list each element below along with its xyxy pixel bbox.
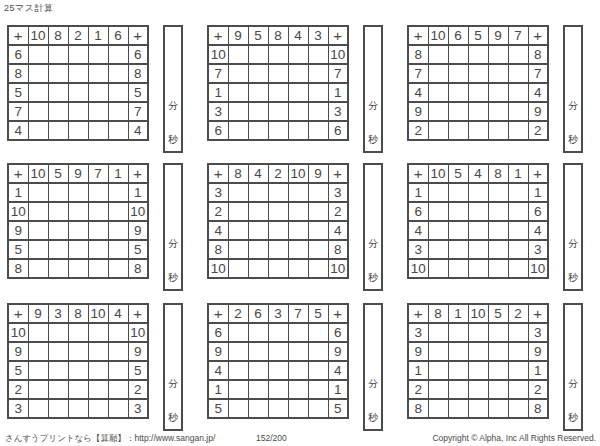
answer-cell[interactable] (248, 45, 268, 64)
answer-cell[interactable] (248, 342, 268, 361)
answer-cell[interactable] (468, 121, 488, 140)
answer-cell[interactable] (508, 221, 528, 240)
answer-cell[interactable] (68, 221, 88, 240)
answer-cell[interactable] (428, 380, 448, 399)
answer-cell[interactable] (428, 102, 448, 121)
col-header: 3 (48, 304, 68, 323)
answer-cell[interactable] (508, 361, 528, 380)
answer-cell[interactable] (268, 121, 288, 140)
answer-cell[interactable] (308, 202, 328, 221)
answer-cell[interactable] (48, 240, 68, 259)
answer-cell[interactable] (248, 380, 268, 399)
answer-cell[interactable] (228, 399, 248, 418)
answer-cell[interactable] (428, 399, 448, 418)
answer-cell[interactable] (88, 240, 108, 259)
answer-cell[interactable] (28, 259, 48, 278)
answer-cell[interactable] (488, 221, 508, 240)
answer-cell[interactable] (268, 361, 288, 380)
answer-cell[interactable] (228, 361, 248, 380)
answer-cell[interactable] (448, 380, 468, 399)
answer-cell[interactable] (288, 221, 308, 240)
answer-cell[interactable] (468, 183, 488, 202)
answer-cell[interactable] (248, 221, 268, 240)
answer-cell[interactable] (468, 202, 488, 221)
answer-cell[interactable] (428, 323, 448, 342)
answer-cell[interactable] (288, 361, 308, 380)
answer-cell[interactable] (288, 399, 308, 418)
answer-cell[interactable] (48, 221, 68, 240)
answer-cell[interactable] (228, 202, 248, 221)
answer-cell[interactable] (428, 64, 448, 83)
answer-cell[interactable] (228, 64, 248, 83)
minutes-label: 分 (365, 237, 381, 251)
operator-plus: + (328, 304, 348, 323)
minutes-label: 分 (365, 377, 381, 391)
col-header: 9 (308, 164, 328, 183)
answer-cell[interactable] (108, 323, 128, 342)
answer-cell[interactable] (68, 64, 88, 83)
footer-copyright: Copyright © Alpha, Inc All Rights Reserv… (432, 433, 596, 443)
answer-cell[interactable] (508, 102, 528, 121)
answer-cell[interactable] (488, 202, 508, 221)
col-header: 4 (108, 304, 128, 323)
answer-cell[interactable] (228, 380, 248, 399)
answer-cell[interactable] (468, 240, 488, 259)
answer-cell[interactable] (268, 102, 288, 121)
answer-cell[interactable] (268, 83, 288, 102)
calc-grid-7: +938104+101099552233 (7, 303, 149, 419)
answer-cell[interactable] (88, 45, 108, 64)
answer-cell[interactable] (288, 240, 308, 259)
answer-cell[interactable] (48, 83, 68, 102)
row-header: 5 (8, 240, 28, 259)
answer-cell[interactable] (48, 323, 68, 342)
answer-cell[interactable] (308, 45, 328, 64)
answer-cell[interactable] (268, 342, 288, 361)
answer-cell[interactable] (288, 83, 308, 102)
answer-cell[interactable] (448, 83, 468, 102)
answer-cell[interactable] (508, 323, 528, 342)
answer-cell[interactable] (488, 83, 508, 102)
row-header-right: 10 (128, 323, 148, 342)
row-header: 10 (8, 323, 28, 342)
answer-cell[interactable] (308, 361, 328, 380)
row-header-right: 10 (528, 259, 548, 278)
answer-cell[interactable] (488, 240, 508, 259)
answer-cell[interactable] (108, 361, 128, 380)
row-header: 10 (208, 259, 228, 278)
answer-cell[interactable] (508, 342, 528, 361)
answer-cell[interactable] (508, 380, 528, 399)
answer-cell[interactable] (428, 221, 448, 240)
answer-cell[interactable] (88, 259, 108, 278)
answer-cell[interactable] (228, 45, 248, 64)
col-header: 7 (88, 164, 108, 183)
answer-cell[interactable] (68, 102, 88, 121)
answer-cell[interactable] (248, 240, 268, 259)
answer-cell[interactable] (108, 259, 128, 278)
answer-cell[interactable] (248, 399, 268, 418)
answer-cell[interactable] (288, 121, 308, 140)
operator-plus: + (8, 26, 28, 45)
answer-cell[interactable] (108, 342, 128, 361)
answer-cell[interactable] (488, 121, 508, 140)
answer-cell[interactable] (28, 83, 48, 102)
answer-cell[interactable] (48, 259, 68, 278)
answer-cell[interactable] (48, 183, 68, 202)
answer-cell[interactable] (88, 83, 108, 102)
answer-cell[interactable] (28, 183, 48, 202)
answer-cell[interactable] (48, 342, 68, 361)
answer-cell[interactable] (28, 102, 48, 121)
answer-cell[interactable] (468, 361, 488, 380)
answer-cell[interactable] (428, 361, 448, 380)
minutes-label: 分 (565, 99, 581, 113)
answer-cell[interactable] (68, 240, 88, 259)
answer-cell[interactable] (68, 399, 88, 418)
answer-cell[interactable] (468, 102, 488, 121)
answer-cell[interactable] (288, 45, 308, 64)
worksheet-page: { "game": "25マス計算 (25-cell addition spee… (0, 0, 600, 446)
answer-cell[interactable] (308, 399, 328, 418)
answer-cell[interactable] (108, 380, 128, 399)
answer-cell[interactable] (268, 323, 288, 342)
answer-cell[interactable] (88, 221, 108, 240)
answer-cell[interactable] (28, 240, 48, 259)
answer-cell[interactable] (508, 64, 528, 83)
answer-cell[interactable] (108, 102, 128, 121)
seconds-label: 秒 (365, 411, 381, 425)
answer-cell[interactable] (228, 121, 248, 140)
drill-block-7: +938104+101099552233分秒 (7, 303, 149, 419)
answer-cell[interactable] (468, 64, 488, 83)
col-header: 1 (108, 164, 128, 183)
answer-cell[interactable] (108, 45, 128, 64)
answer-cell[interactable] (48, 45, 68, 64)
answer-cell[interactable] (428, 259, 448, 278)
answer-cell[interactable] (68, 83, 88, 102)
time-box[interactable]: 分秒 (363, 163, 383, 291)
col-header: 4 (248, 164, 268, 183)
row-header: 4 (408, 221, 428, 240)
answer-cell[interactable] (308, 83, 328, 102)
answer-cell[interactable] (48, 102, 68, 121)
answer-cell[interactable] (88, 183, 108, 202)
answer-cell[interactable] (308, 102, 328, 121)
answer-cell[interactable] (448, 102, 468, 121)
answer-cell[interactable] (28, 221, 48, 240)
col-header: 9 (28, 304, 48, 323)
answer-cell[interactable] (508, 259, 528, 278)
answer-cell[interactable] (308, 259, 328, 278)
answer-cell[interactable] (88, 342, 108, 361)
answer-cell[interactable] (268, 240, 288, 259)
answer-cell[interactable] (428, 183, 448, 202)
time-box[interactable]: 分秒 (363, 25, 383, 153)
answer-cell[interactable] (448, 202, 468, 221)
col-header: 10 (428, 164, 448, 183)
answer-cell[interactable] (468, 342, 488, 361)
answer-cell[interactable] (288, 380, 308, 399)
answer-cell[interactable] (228, 83, 248, 102)
answer-cell[interactable] (108, 83, 128, 102)
operator-plus: + (8, 304, 28, 323)
answer-cell[interactable] (68, 361, 88, 380)
answer-cell[interactable] (268, 45, 288, 64)
answer-cell[interactable] (28, 323, 48, 342)
answer-cell[interactable] (68, 259, 88, 278)
answer-cell[interactable] (448, 64, 468, 83)
col-header: 6 (108, 26, 128, 45)
answer-cell[interactable] (448, 45, 468, 64)
answer-cell[interactable] (28, 64, 48, 83)
minutes-label: 分 (565, 377, 581, 391)
answer-cell[interactable] (68, 380, 88, 399)
minutes-label: 分 (565, 237, 581, 251)
row-header-right: 8 (528, 45, 548, 64)
col-header: 1 (448, 304, 468, 323)
answer-cell[interactable] (88, 380, 108, 399)
answer-cell[interactable] (108, 240, 128, 259)
answer-cell[interactable] (488, 342, 508, 361)
answer-cell[interactable] (248, 259, 268, 278)
row-header-right: 5 (128, 361, 148, 380)
answer-cell[interactable] (308, 240, 328, 259)
minutes-label: 分 (365, 99, 381, 113)
answer-cell[interactable] (448, 323, 468, 342)
answer-cell[interactable] (448, 221, 468, 240)
answer-cell[interactable] (508, 240, 528, 259)
answer-cell[interactable] (268, 202, 288, 221)
time-box[interactable]: 分秒 (563, 303, 583, 431)
answer-cell[interactable] (88, 323, 108, 342)
answer-cell[interactable] (68, 202, 88, 221)
answer-cell[interactable] (468, 323, 488, 342)
answer-cell[interactable] (28, 342, 48, 361)
answer-cell[interactable] (448, 399, 468, 418)
answer-cell[interactable] (308, 342, 328, 361)
time-box[interactable]: 分秒 (163, 163, 183, 291)
answer-cell[interactable] (248, 361, 268, 380)
col-header: 4 (468, 164, 488, 183)
col-header: 2 (268, 164, 288, 183)
operator-plus: + (208, 164, 228, 183)
row-header: 4 (8, 121, 28, 140)
answer-cell[interactable] (468, 380, 488, 399)
col-header: 6 (248, 304, 268, 323)
answer-cell[interactable] (488, 380, 508, 399)
answer-cell[interactable] (308, 121, 328, 140)
col-header: 5 (308, 304, 328, 323)
answer-cell[interactable] (228, 259, 248, 278)
answer-cell[interactable] (488, 259, 508, 278)
answer-cell[interactable] (468, 83, 488, 102)
answer-cell[interactable] (88, 361, 108, 380)
col-header: 9 (228, 26, 248, 45)
answer-cell[interactable] (448, 259, 468, 278)
answer-cell[interactable] (88, 121, 108, 140)
answer-cell[interactable] (248, 64, 268, 83)
answer-cell[interactable] (28, 361, 48, 380)
answer-cell[interactable] (68, 45, 88, 64)
answer-cell[interactable] (488, 361, 508, 380)
answer-cell[interactable] (48, 380, 68, 399)
answer-cell[interactable] (488, 399, 508, 418)
answer-cell[interactable] (248, 121, 268, 140)
time-box[interactable]: 分秒 (363, 303, 383, 431)
answer-cell[interactable] (88, 399, 108, 418)
grids-container: +108216+6688557744分秒+95843+101077113366分… (0, 0, 600, 446)
row-header: 1 (8, 183, 28, 202)
answer-cell[interactable] (468, 221, 488, 240)
answer-cell[interactable] (28, 121, 48, 140)
time-box[interactable]: 分秒 (563, 163, 583, 291)
answer-cell[interactable] (268, 259, 288, 278)
operator-plus: + (128, 164, 148, 183)
answer-cell[interactable] (268, 64, 288, 83)
answer-cell[interactable] (468, 259, 488, 278)
answer-cell[interactable] (448, 361, 468, 380)
col-header: 10 (28, 164, 48, 183)
answer-cell[interactable] (228, 342, 248, 361)
answer-cell[interactable] (308, 221, 328, 240)
answer-cell[interactable] (488, 102, 508, 121)
answer-cell[interactable] (308, 380, 328, 399)
answer-cell[interactable] (68, 323, 88, 342)
answer-cell[interactable] (48, 64, 68, 83)
answer-cell[interactable] (268, 183, 288, 202)
answer-cell[interactable] (88, 102, 108, 121)
seconds-label: 秒 (165, 271, 181, 285)
answer-cell[interactable] (228, 102, 248, 121)
seconds-label: 秒 (365, 271, 381, 285)
answer-cell[interactable] (48, 121, 68, 140)
footer-page-number: 152/200 (256, 433, 287, 443)
answer-cell[interactable] (428, 240, 448, 259)
answer-cell[interactable] (28, 399, 48, 418)
row-header: 3 (208, 102, 228, 121)
answer-cell[interactable] (228, 183, 248, 202)
operator-plus: + (528, 26, 548, 45)
answer-cell[interactable] (428, 342, 448, 361)
operator-plus: + (8, 164, 28, 183)
answer-cell[interactable] (288, 342, 308, 361)
answer-cell[interactable] (268, 399, 288, 418)
answer-cell[interactable] (468, 45, 488, 64)
answer-cell[interactable] (508, 45, 528, 64)
calc-grid-3: +106597+8877449922 (407, 25, 549, 141)
answer-cell[interactable] (488, 45, 508, 64)
answer-cell[interactable] (288, 202, 308, 221)
answer-cell[interactable] (68, 183, 88, 202)
answer-cell[interactable] (108, 399, 128, 418)
row-header-right: 6 (128, 45, 148, 64)
answer-cell[interactable] (228, 323, 248, 342)
answer-cell[interactable] (468, 399, 488, 418)
col-header: 5 (488, 304, 508, 323)
time-box[interactable]: 分秒 (563, 25, 583, 153)
answer-cell[interactable] (288, 64, 308, 83)
answer-cell[interactable] (428, 121, 448, 140)
answer-cell[interactable] (288, 102, 308, 121)
row-header: 6 (208, 121, 228, 140)
answer-cell[interactable] (268, 380, 288, 399)
answer-cell[interactable] (68, 121, 88, 140)
answer-cell[interactable] (508, 399, 528, 418)
answer-cell[interactable] (108, 202, 128, 221)
answer-cell[interactable] (48, 361, 68, 380)
answer-cell[interactable] (228, 240, 248, 259)
answer-cell[interactable] (68, 342, 88, 361)
time-box[interactable]: 分秒 (163, 303, 183, 431)
answer-cell[interactable] (28, 45, 48, 64)
answer-cell[interactable] (28, 380, 48, 399)
answer-cell[interactable] (508, 202, 528, 221)
answer-cell[interactable] (248, 202, 268, 221)
answer-cell[interactable] (488, 183, 508, 202)
answer-cell[interactable] (248, 323, 268, 342)
answer-cell[interactable] (48, 399, 68, 418)
answer-cell[interactable] (308, 183, 328, 202)
drill-block-8: +26375+6699441155分秒 (207, 303, 349, 419)
answer-cell[interactable] (428, 83, 448, 102)
col-header: 8 (48, 26, 68, 45)
row-header: 9 (408, 342, 428, 361)
row-header: 2 (208, 202, 228, 221)
answer-cell[interactable] (248, 83, 268, 102)
calc-grid-2: +95843+101077113366 (207, 25, 349, 141)
time-box[interactable]: 分秒 (163, 25, 183, 153)
answer-cell[interactable] (288, 183, 308, 202)
answer-cell[interactable] (108, 64, 128, 83)
answer-cell[interactable] (88, 202, 108, 221)
answer-cell[interactable] (448, 183, 468, 202)
answer-cell[interactable] (448, 121, 468, 140)
col-header: 2 (68, 26, 88, 45)
answer-cell[interactable] (288, 259, 308, 278)
answer-cell[interactable] (488, 323, 508, 342)
answer-cell[interactable] (28, 202, 48, 221)
answer-cell[interactable] (88, 64, 108, 83)
answer-cell[interactable] (248, 183, 268, 202)
answer-cell[interactable] (48, 202, 68, 221)
answer-cell[interactable] (488, 64, 508, 83)
row-header-right: 9 (528, 342, 548, 361)
col-header: 5 (448, 164, 468, 183)
answer-cell[interactable] (508, 121, 528, 140)
answer-cell[interactable] (248, 102, 268, 121)
answer-cell[interactable] (308, 64, 328, 83)
col-header: 8 (488, 164, 508, 183)
answer-cell[interactable] (108, 121, 128, 140)
answer-cell[interactable] (268, 221, 288, 240)
answer-cell[interactable] (508, 183, 528, 202)
answer-cell[interactable] (108, 221, 128, 240)
answer-cell[interactable] (308, 323, 328, 342)
answer-cell[interactable] (428, 202, 448, 221)
answer-cell[interactable] (428, 45, 448, 64)
answer-cell[interactable] (228, 221, 248, 240)
answer-cell[interactable] (108, 183, 128, 202)
answer-cell[interactable] (288, 323, 308, 342)
answer-cell[interactable] (448, 342, 468, 361)
row-header-right: 2 (528, 380, 548, 399)
answer-cell[interactable] (448, 240, 468, 259)
operator-plus: + (408, 304, 428, 323)
answer-cell[interactable] (508, 83, 528, 102)
row-header: 2 (408, 380, 428, 399)
row-header-right: 10 (128, 202, 148, 221)
